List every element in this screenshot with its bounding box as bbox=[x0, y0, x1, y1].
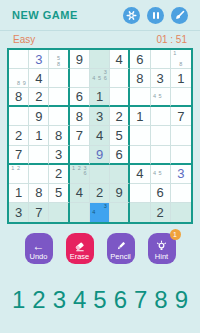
hint-label: Hint bbox=[155, 253, 168, 261]
cell-r4c8[interactable] bbox=[151, 107, 171, 126]
number-key-7[interactable]: 7 bbox=[134, 286, 147, 314]
given-digit: 1 bbox=[136, 109, 143, 124]
cell-r2c2[interactable]: 4 bbox=[29, 69, 49, 88]
given-digit: 7 bbox=[76, 128, 83, 143]
toolbar: ← Undo Erase Pencil 1 bbox=[0, 233, 200, 264]
given-digit: 1 bbox=[15, 185, 22, 200]
given-digit: 4 bbox=[76, 185, 83, 200]
given-digit: 2 bbox=[15, 128, 22, 143]
cell-r5c7[interactable] bbox=[130, 126, 150, 145]
pencil-marks: 45 bbox=[151, 88, 170, 105]
cell-r4c5[interactable]: 3 bbox=[90, 107, 110, 126]
cell-r8c9[interactable] bbox=[171, 184, 191, 203]
undo-button[interactable]: ← Undo bbox=[25, 233, 53, 264]
cell-r9c9[interactable] bbox=[171, 203, 191, 222]
cell-r7c5[interactable] bbox=[90, 165, 110, 184]
cell-r1c1[interactable] bbox=[9, 50, 29, 69]
number-key-3[interactable]: 3 bbox=[53, 286, 66, 314]
given-digit: 2 bbox=[116, 109, 123, 124]
given-digit: 2 bbox=[55, 166, 62, 181]
undo-arrow-icon: ← bbox=[33, 240, 45, 252]
given-digit: 4 bbox=[96, 128, 103, 143]
undo-label: Undo bbox=[30, 253, 48, 261]
cell-r7c4[interactable]: 1236 bbox=[70, 165, 90, 184]
cell-r9c8[interactable]: 2 bbox=[151, 203, 171, 222]
pause-icon bbox=[153, 12, 159, 19]
cell-r4c2[interactable]: 9 bbox=[29, 107, 49, 126]
given-digit: 6 bbox=[76, 89, 83, 104]
number-key-1[interactable]: 1 bbox=[12, 286, 25, 314]
cell-r2c1[interactable]: 89 bbox=[9, 69, 29, 88]
cell-r6c5[interactable]: 9 bbox=[90, 146, 110, 165]
given-digit: 3 bbox=[55, 147, 62, 162]
cell-r8c1[interactable]: 1 bbox=[9, 184, 29, 203]
cell-r5c3[interactable]: 8 bbox=[49, 126, 69, 145]
cell-r3c5[interactable]: 1 bbox=[90, 88, 110, 107]
cell-r3c8[interactable]: 45 bbox=[151, 88, 171, 107]
pencil-marks: 3456 bbox=[90, 69, 109, 87]
cell-r2c9[interactable]: 1 bbox=[171, 69, 191, 88]
user-digit: 3 bbox=[177, 166, 184, 181]
cell-r9c3[interactable] bbox=[49, 203, 69, 222]
number-key-9[interactable]: 9 bbox=[175, 286, 188, 314]
cell-r2c6[interactable] bbox=[110, 69, 130, 88]
given-digit: 8 bbox=[35, 185, 42, 200]
cell-r9c1[interactable]: 3 bbox=[9, 203, 29, 222]
cell-r2c3[interactable] bbox=[49, 69, 69, 88]
cell-r7c3[interactable]: 2 bbox=[49, 165, 69, 184]
cell-r8c5[interactable]: 2 bbox=[90, 184, 110, 203]
sudoku-board: 3589461889434568318261459832172187457396… bbox=[7, 48, 193, 224]
hint-button[interactable]: 1 Hint bbox=[148, 233, 176, 264]
given-digit: 9 bbox=[35, 109, 42, 124]
cell-r9c2[interactable]: 7 bbox=[29, 203, 49, 222]
erase-label: Erase bbox=[70, 253, 90, 261]
given-digit: 7 bbox=[15, 147, 22, 162]
cell-r4c7[interactable]: 1 bbox=[130, 107, 150, 126]
user-digit: 9 bbox=[96, 147, 103, 162]
cell-r6c4[interactable] bbox=[70, 146, 90, 165]
theme-button[interactable] bbox=[171, 7, 188, 24]
cell-r4c4[interactable]: 8 bbox=[70, 107, 90, 126]
given-digit: 6 bbox=[157, 185, 164, 200]
cell-r2c5[interactable]: 3456 bbox=[90, 69, 110, 88]
page-title: NEW GAME bbox=[12, 9, 116, 21]
cell-r1c8[interactable] bbox=[151, 50, 171, 69]
cell-r4c1[interactable] bbox=[9, 107, 29, 126]
given-digit: 5 bbox=[116, 128, 123, 143]
number-key-2[interactable]: 2 bbox=[32, 286, 45, 314]
cell-r7c9[interactable]: 3 bbox=[171, 165, 191, 184]
cell-r8c4[interactable]: 4 bbox=[70, 184, 90, 203]
cell-r7c7[interactable]: 4 bbox=[130, 165, 150, 184]
cell-r1c6[interactable]: 4 bbox=[110, 50, 130, 69]
cell-r6c2[interactable] bbox=[29, 146, 49, 165]
cell-r7c1[interactable]: 12 bbox=[9, 165, 29, 184]
given-digit: 6 bbox=[116, 147, 123, 162]
cell-r7c8[interactable]: 45 bbox=[151, 165, 171, 184]
given-digit: 8 bbox=[15, 89, 22, 104]
given-digit: 1 bbox=[96, 89, 103, 104]
cell-r8c6[interactable]: 9 bbox=[110, 184, 130, 203]
cell-r6c8[interactable] bbox=[151, 146, 171, 165]
cell-r4c9[interactable]: 7 bbox=[171, 107, 191, 126]
cell-r1c5[interactable] bbox=[90, 50, 110, 69]
given-digit: 2 bbox=[96, 185, 103, 200]
cell-r5c5[interactable]: 4 bbox=[90, 126, 110, 145]
number-key-8[interactable]: 8 bbox=[154, 286, 167, 314]
erase-button[interactable]: Erase bbox=[66, 233, 94, 264]
cell-r3c3[interactable] bbox=[49, 88, 69, 107]
hint-badge: 1 bbox=[170, 229, 181, 240]
number-key-4[interactable]: 4 bbox=[73, 286, 86, 314]
cell-r6c1[interactable]: 7 bbox=[9, 146, 29, 165]
timer: 01 : 51 bbox=[156, 34, 187, 45]
lightbulb-icon bbox=[155, 239, 168, 253]
given-digit: 1 bbox=[177, 71, 184, 86]
cell-r3c7[interactable] bbox=[130, 88, 150, 107]
pencil-marks: 45 bbox=[151, 165, 170, 183]
brush-icon bbox=[174, 10, 185, 21]
cell-r8c2[interactable]: 8 bbox=[29, 184, 49, 203]
given-digit: 3 bbox=[15, 205, 22, 220]
cell-r5c6[interactable]: 5 bbox=[110, 126, 130, 145]
cell-r5c9[interactable] bbox=[171, 126, 191, 145]
cell-r1c9[interactable]: 18 bbox=[171, 50, 191, 69]
cell-r3c9[interactable] bbox=[171, 88, 191, 107]
given-digit: 7 bbox=[35, 205, 42, 220]
eraser-icon bbox=[73, 239, 86, 253]
cell-r1c2[interactable]: 3 bbox=[29, 50, 49, 69]
cell-r3c1[interactable]: 8 bbox=[9, 88, 29, 107]
cell-r2c4[interactable] bbox=[70, 69, 90, 88]
cell-r8c7[interactable] bbox=[130, 184, 150, 203]
cell-r5c2[interactable]: 1 bbox=[29, 126, 49, 145]
user-digit: 3 bbox=[35, 52, 42, 67]
cell-r9c6[interactable] bbox=[110, 203, 130, 222]
cell-r9c4[interactable] bbox=[70, 203, 90, 222]
cell-r9c5[interactable]: 34 bbox=[90, 203, 110, 222]
given-digit: 1 bbox=[35, 128, 42, 143]
cell-r8c3[interactable]: 5 bbox=[49, 184, 69, 203]
given-digit: 8 bbox=[136, 71, 143, 86]
cell-r6c9[interactable] bbox=[171, 146, 191, 165]
number-key-6[interactable]: 6 bbox=[114, 286, 127, 314]
cell-r1c4[interactable]: 9 bbox=[70, 50, 90, 69]
given-digit: 2 bbox=[35, 89, 42, 104]
cell-r7c6[interactable] bbox=[110, 165, 130, 184]
pencil-button[interactable]: Pencil bbox=[107, 233, 135, 264]
pencil-icon bbox=[115, 239, 127, 253]
given-digit: 4 bbox=[116, 52, 123, 67]
pause-button[interactable] bbox=[147, 7, 164, 24]
given-digit: 8 bbox=[55, 128, 62, 143]
cell-r4c3[interactable] bbox=[49, 107, 69, 126]
cell-r3c6[interactable] bbox=[110, 88, 130, 107]
pencil-marks: 34 bbox=[90, 203, 109, 222]
settings-button[interactable] bbox=[123, 7, 140, 24]
given-digit: 5 bbox=[55, 185, 62, 200]
number-pad: 123456789 bbox=[0, 286, 200, 314]
pencil-marks: 1236 bbox=[70, 165, 89, 183]
cell-r1c3[interactable]: 58 bbox=[49, 50, 69, 69]
cell-r6c7[interactable] bbox=[130, 146, 150, 165]
given-digit: 6 bbox=[136, 52, 143, 67]
given-digit: 4 bbox=[35, 71, 42, 86]
cell-r3c4[interactable]: 6 bbox=[70, 88, 90, 107]
pencil-marks: 89 bbox=[9, 69, 28, 87]
status-row: Easy 01 : 51 bbox=[0, 31, 200, 48]
given-digit: 9 bbox=[76, 52, 83, 67]
pencil-marks: 12 bbox=[9, 165, 28, 183]
pencil-label: Pencil bbox=[110, 253, 130, 261]
given-digit: 9 bbox=[116, 185, 123, 200]
cell-r7c2[interactable] bbox=[29, 165, 49, 184]
settings-icon bbox=[126, 10, 137, 21]
cell-r5c4[interactable]: 7 bbox=[70, 126, 90, 145]
cell-r2c7[interactable]: 8 bbox=[130, 69, 150, 88]
cell-r5c1[interactable]: 2 bbox=[9, 126, 29, 145]
cell-r3c2[interactable]: 2 bbox=[29, 88, 49, 107]
cell-r1c7[interactable]: 6 bbox=[130, 50, 150, 69]
cell-r2c8[interactable]: 3 bbox=[151, 69, 171, 88]
given-digit: 4 bbox=[136, 166, 143, 181]
given-digit: 3 bbox=[96, 109, 103, 124]
cell-r6c6[interactable]: 6 bbox=[110, 146, 130, 165]
given-digit: 2 bbox=[157, 205, 164, 220]
given-digit: 8 bbox=[76, 109, 83, 124]
cell-r6c3[interactable]: 3 bbox=[49, 146, 69, 165]
number-key-5[interactable]: 5 bbox=[93, 286, 106, 314]
cell-r5c8[interactable] bbox=[151, 126, 171, 145]
cell-r8c8[interactable]: 6 bbox=[151, 184, 171, 203]
difficulty-label[interactable]: Easy bbox=[13, 34, 35, 45]
given-digit: 3 bbox=[157, 71, 164, 86]
pencil-marks: 18 bbox=[171, 50, 191, 68]
cell-r9c7[interactable] bbox=[130, 203, 150, 222]
cell-r4c6[interactable]: 2 bbox=[110, 107, 130, 126]
top-bar: NEW GAME bbox=[0, 0, 200, 31]
pencil-marks: 58 bbox=[49, 50, 67, 68]
given-digit: 7 bbox=[177, 109, 184, 124]
